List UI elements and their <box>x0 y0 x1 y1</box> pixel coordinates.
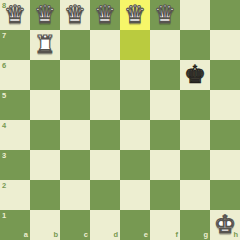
square-e7[interactable] <box>120 30 150 60</box>
white-queen[interactable]: ♛ <box>4 2 26 27</box>
square-b4[interactable] <box>30 120 60 150</box>
rank-label-1: 1 <box>2 212 6 220</box>
square-g7[interactable] <box>180 30 210 60</box>
square-d4[interactable] <box>90 120 120 150</box>
rank-label-3: 3 <box>2 152 6 160</box>
chess-board: 8♛♛♛♛♛♛7♜6♚54321abcdefgh♚ <box>0 0 240 240</box>
file-label-a: a <box>24 231 28 239</box>
square-d1[interactable]: d <box>90 210 120 240</box>
square-e8[interactable]: ♛ <box>120 0 150 30</box>
black-king[interactable]: ♚ <box>184 62 206 87</box>
square-h6[interactable] <box>210 60 240 90</box>
square-g5[interactable] <box>180 90 210 120</box>
white-queen[interactable]: ♛ <box>64 2 86 27</box>
square-a4[interactable]: 4 <box>0 120 30 150</box>
square-c2[interactable] <box>60 180 90 210</box>
square-c8[interactable]: ♛ <box>60 0 90 30</box>
square-d6[interactable] <box>90 60 120 90</box>
square-f1[interactable]: f <box>150 210 180 240</box>
square-h2[interactable] <box>210 180 240 210</box>
square-h3[interactable] <box>210 150 240 180</box>
rank-label-5: 5 <box>2 92 6 100</box>
square-h1[interactable]: h♚ <box>210 210 240 240</box>
rank-label-6: 6 <box>2 62 6 70</box>
square-c5[interactable] <box>60 90 90 120</box>
square-g6[interactable]: ♚ <box>180 60 210 90</box>
square-a3[interactable]: 3 <box>0 150 30 180</box>
rank-label-4: 4 <box>2 122 6 130</box>
white-rook[interactable]: ♜ <box>34 32 56 57</box>
square-g8[interactable] <box>180 0 210 30</box>
file-label-b: b <box>53 231 58 239</box>
square-f2[interactable] <box>150 180 180 210</box>
square-e5[interactable] <box>120 90 150 120</box>
square-g4[interactable] <box>180 120 210 150</box>
square-a2[interactable]: 2 <box>0 180 30 210</box>
white-queen[interactable]: ♛ <box>124 2 146 27</box>
square-d5[interactable] <box>90 90 120 120</box>
file-label-f: f <box>176 231 179 239</box>
square-d7[interactable] <box>90 30 120 60</box>
square-b6[interactable] <box>30 60 60 90</box>
square-b8[interactable]: ♛ <box>30 0 60 30</box>
square-f3[interactable] <box>150 150 180 180</box>
square-a5[interactable]: 5 <box>0 90 30 120</box>
square-e6[interactable] <box>120 60 150 90</box>
square-e1[interactable]: e <box>120 210 150 240</box>
square-h7[interactable] <box>210 30 240 60</box>
square-b1[interactable]: b <box>30 210 60 240</box>
square-c7[interactable] <box>60 30 90 60</box>
file-label-h: h <box>233 231 238 239</box>
square-c1[interactable]: c <box>60 210 90 240</box>
square-b7[interactable]: ♜ <box>30 30 60 60</box>
file-label-d: d <box>113 231 118 239</box>
square-b2[interactable] <box>30 180 60 210</box>
square-g3[interactable] <box>180 150 210 180</box>
square-e3[interactable] <box>120 150 150 180</box>
square-h4[interactable] <box>210 120 240 150</box>
square-c4[interactable] <box>60 120 90 150</box>
file-label-g: g <box>203 231 208 239</box>
square-e4[interactable] <box>120 120 150 150</box>
file-label-c: c <box>84 231 88 239</box>
square-f6[interactable] <box>150 60 180 90</box>
rank-label-7: 7 <box>2 32 6 40</box>
square-g2[interactable] <box>180 180 210 210</box>
rank-label-2: 2 <box>2 182 6 190</box>
square-f5[interactable] <box>150 90 180 120</box>
square-b5[interactable] <box>30 90 60 120</box>
square-d8[interactable]: ♛ <box>90 0 120 30</box>
square-a1[interactable]: 1a <box>0 210 30 240</box>
square-a7[interactable]: 7 <box>0 30 30 60</box>
white-queen[interactable]: ♛ <box>34 2 56 27</box>
square-f8[interactable]: ♛ <box>150 0 180 30</box>
square-f4[interactable] <box>150 120 180 150</box>
rank-label-8: 8 <box>2 2 6 10</box>
square-f7[interactable] <box>150 30 180 60</box>
square-a6[interactable]: 6 <box>0 60 30 90</box>
square-c6[interactable] <box>60 60 90 90</box>
square-g1[interactable]: g <box>180 210 210 240</box>
square-d2[interactable] <box>90 180 120 210</box>
square-d3[interactable] <box>90 150 120 180</box>
square-e2[interactable] <box>120 180 150 210</box>
white-queen[interactable]: ♛ <box>94 2 116 27</box>
file-label-e: e <box>144 231 148 239</box>
square-a8[interactable]: 8♛ <box>0 0 30 30</box>
square-b3[interactable] <box>30 150 60 180</box>
square-h5[interactable] <box>210 90 240 120</box>
white-queen[interactable]: ♛ <box>154 2 176 27</box>
square-h8[interactable] <box>210 0 240 30</box>
square-c3[interactable] <box>60 150 90 180</box>
